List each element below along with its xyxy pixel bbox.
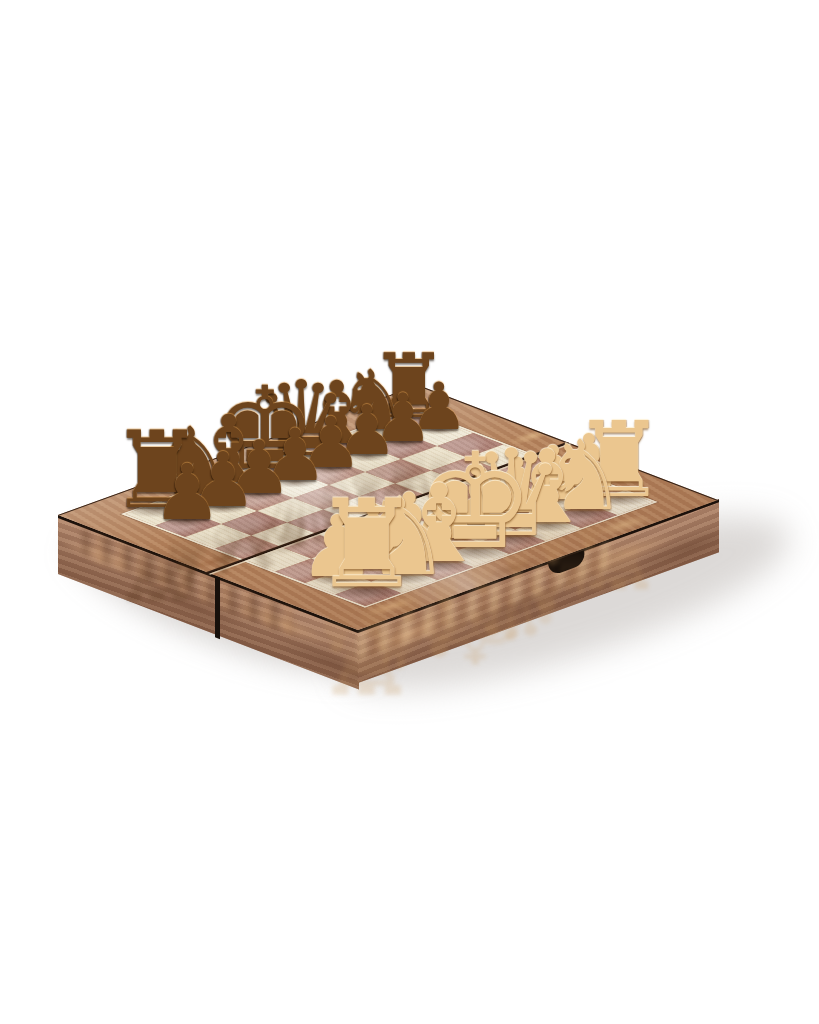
chess-set-photo: ♜♜♞♞♝♝♛♛♚♚♝♝♞♞♜♜♟♟♟♟♟♟♟♟♟♟♟♟♟♟♟♟♟♟♟♟♟♟♟♟… <box>0 0 819 1024</box>
piece-black-pawn-h7[interactable]: ♟♟ <box>152 454 221 531</box>
piece-white-rook-h1[interactable]: ♜♜ <box>313 484 422 606</box>
black-pawn-icon: ♟ <box>152 454 221 531</box>
white-rook-icon: ♜ <box>313 484 422 606</box>
